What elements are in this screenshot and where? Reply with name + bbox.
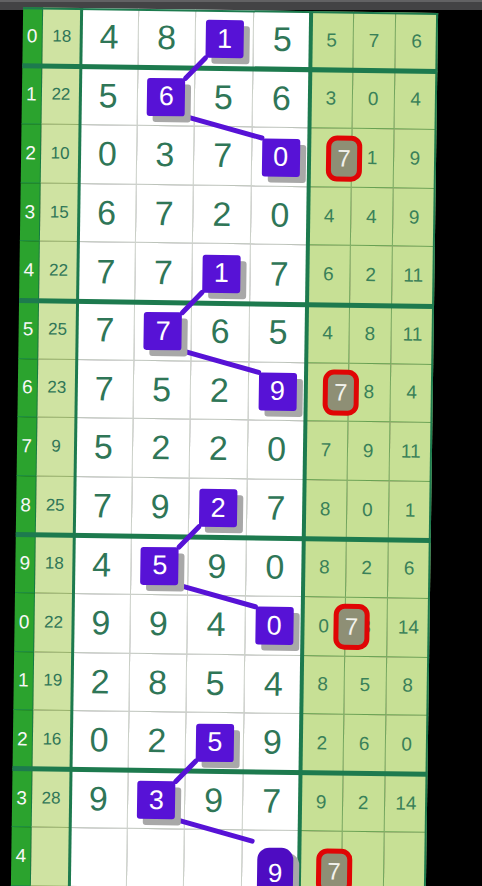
highlighted-digit-box[interactable]: 0 <box>255 607 294 646</box>
highlighted-digit-box[interactable]: 0 <box>261 138 300 177</box>
highlighted-digit-box[interactable]: 7 <box>144 312 183 351</box>
lottery-grid: 0184855761225563042100371931567204494227… <box>11 7 438 886</box>
lottery-grid-screen: 0184855761225563042100371931567204494227… <box>0 0 482 886</box>
highlighted-digit-box[interactable]: 6 <box>147 78 186 117</box>
highlighted-digit-box[interactable]: 2 <box>199 489 238 528</box>
connector-line <box>185 116 262 138</box>
red-ring-marker[interactable]: 7 <box>322 369 359 415</box>
red-ring-marker[interactable]: 7 <box>333 604 370 650</box>
connector-line <box>176 761 196 782</box>
connector-line <box>186 58 206 79</box>
highlighted-digit-box[interactable]: 3 <box>137 781 176 820</box>
connector-line <box>182 292 202 313</box>
highlighted-digit-box[interactable]: 9 <box>258 372 297 411</box>
red-ring-marker[interactable]: 7 <box>316 848 353 886</box>
connector-line <box>175 819 252 841</box>
connector-line <box>179 526 199 547</box>
red-ring-marker[interactable]: 7 <box>326 135 363 181</box>
highlighted-digit-box[interactable]: 9 <box>257 847 294 886</box>
highlighted-digit-box[interactable]: 1 <box>205 20 244 59</box>
highlighted-digit-box[interactable]: 1 <box>202 254 241 293</box>
connector-line <box>178 585 255 607</box>
connector-line <box>181 351 258 373</box>
highlighted-digit-box[interactable]: 5 <box>140 547 179 586</box>
highlighted-digit-box[interactable]: 5 <box>196 723 235 762</box>
